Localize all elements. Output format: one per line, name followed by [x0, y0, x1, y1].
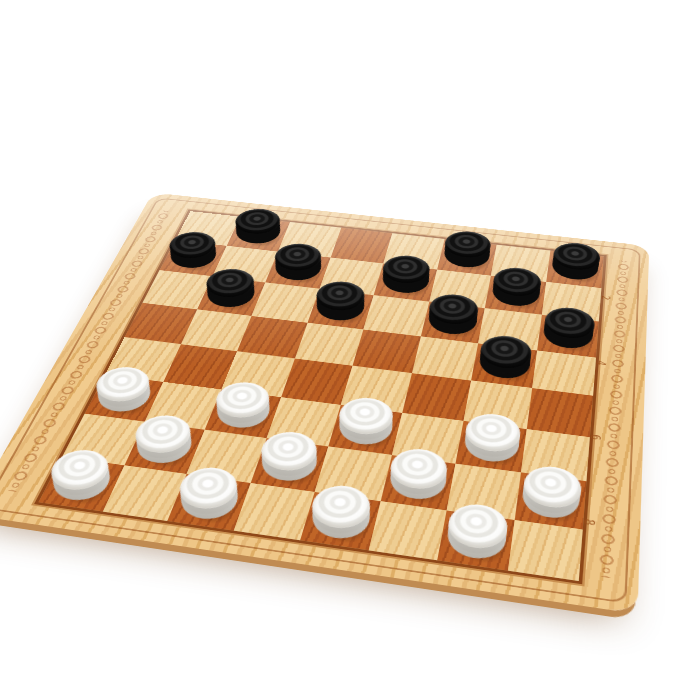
black-man-h3[interactable]: [542, 318, 594, 354]
black-man-g2[interactable]: [490, 278, 541, 311]
black-man-c2[interactable]: [271, 254, 326, 285]
white-man-b7[interactable]: [131, 426, 199, 470]
playing-area: [34, 209, 607, 584]
square-e3: [363, 295, 428, 336]
black-man-g4[interactable]: [477, 347, 532, 385]
white-man-c8[interactable]: [174, 478, 244, 526]
black-man-e2[interactable]: [379, 266, 432, 298]
photo-background: 2468: [0, 0, 700, 700]
white-man-a6[interactable]: [91, 378, 157, 418]
square-h4: [532, 350, 596, 396]
edge-number-4: 4: [594, 360, 606, 366]
white-man-g8[interactable]: [444, 515, 509, 566]
square-f5[interactable]: [402, 373, 471, 421]
square-h7[interactable]: [514, 472, 586, 529]
white-man-d7[interactable]: [257, 442, 323, 487]
white-man-h7[interactable]: [520, 477, 581, 525]
white-man-c6[interactable]: [211, 393, 275, 434]
black-man-a2[interactable]: [165, 243, 221, 274]
square-d4: [294, 322, 363, 365]
square-h3[interactable]: [537, 315, 599, 358]
black-man-b3[interactable]: [202, 279, 260, 312]
square-e4[interactable]: [353, 329, 421, 373]
black-man-b1[interactable]: [232, 219, 285, 248]
square-g4[interactable]: [471, 343, 537, 388]
edge-number-2: 2: [599, 295, 611, 301]
white-man-e6[interactable]: [334, 408, 396, 450]
white-man-e8[interactable]: [307, 496, 374, 545]
black-man-d3[interactable]: [313, 292, 369, 326]
square-f8: [368, 501, 447, 561]
checkers-board: 2468: [0, 193, 649, 614]
edge-number-6: 6: [589, 434, 602, 441]
square-g6[interactable]: [456, 421, 527, 473]
black-man-h1[interactable]: [551, 253, 600, 284]
square-e8[interactable]: [300, 492, 380, 551]
white-man-g6[interactable]: [461, 425, 520, 469]
square-h8: [507, 520, 582, 581]
white-man-f7[interactable]: [386, 459, 449, 505]
square-a4[interactable]: [125, 303, 197, 345]
black-man-f3[interactable]: [426, 305, 480, 340]
square-g8[interactable]: [437, 510, 514, 570]
square-d3[interactable]: [307, 289, 373, 329]
square-e6[interactable]: [328, 405, 401, 455]
white-man-a8[interactable]: [46, 460, 118, 506]
black-man-f1[interactable]: [442, 242, 492, 273]
square-f4: [411, 336, 478, 380]
